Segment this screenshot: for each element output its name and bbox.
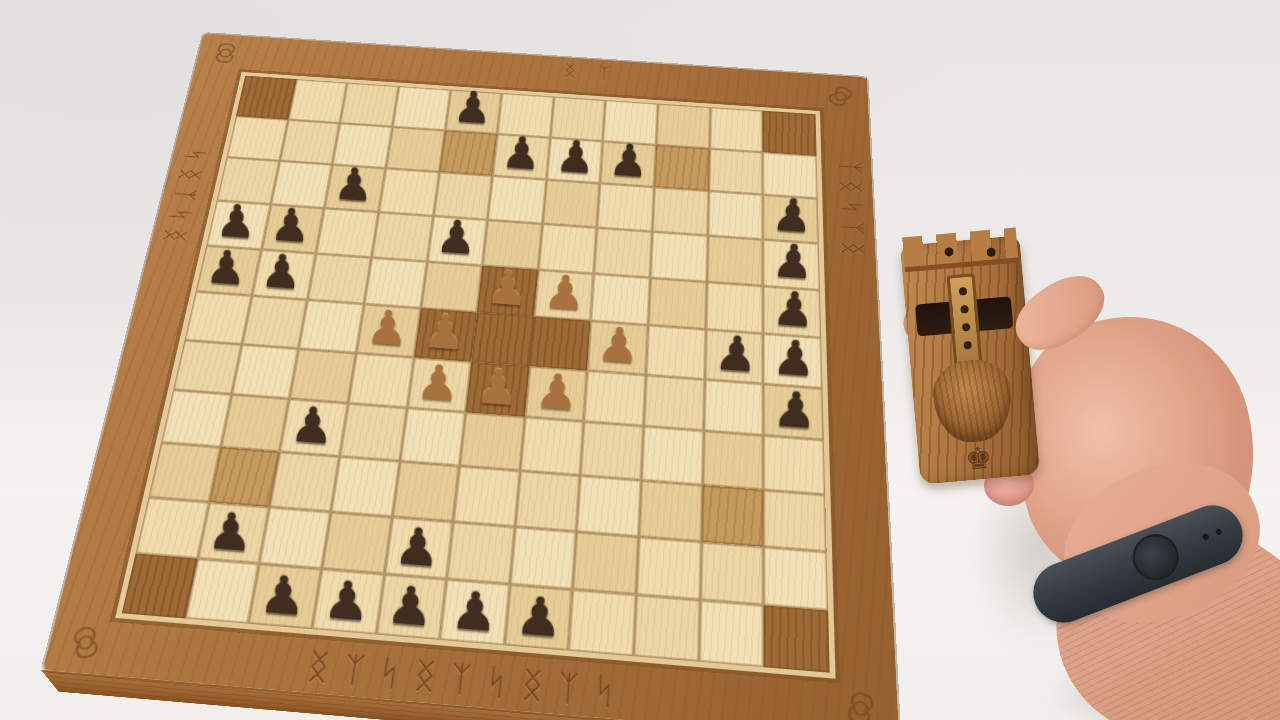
board-square[interactable]: ♟: [197, 502, 270, 564]
board-square[interactable]: [392, 86, 450, 130]
board-square[interactable]: [161, 390, 231, 447]
board-square[interactable]: ♟: [705, 329, 764, 383]
triquetra-carving-icon: [207, 40, 244, 66]
attacker-piece[interactable]: ♟: [452, 84, 494, 130]
defender-piece[interactable]: ♟: [596, 320, 642, 371]
attacker-piece[interactable]: ♟: [449, 583, 500, 639]
attacker-piece[interactable]: ♟: [260, 247, 304, 296]
board-square[interactable]: [764, 490, 827, 552]
board-square[interactable]: [371, 212, 433, 261]
king-nose-dot: [962, 323, 971, 332]
defender-piece[interactable]: ♟: [422, 307, 468, 357]
attacker-piece[interactable]: ♟: [204, 242, 248, 291]
board-square[interactable]: [709, 107, 762, 152]
board-square[interactable]: [348, 353, 414, 408]
board-square[interactable]: ♟: [407, 357, 472, 413]
attacker-piece[interactable]: ♟: [500, 129, 543, 176]
board-square[interactable]: [542, 180, 600, 228]
board-square[interactable]: ♟: [324, 165, 385, 212]
board-square[interactable]: [392, 461, 460, 521]
board-square[interactable]: [453, 466, 520, 526]
board-square[interactable]: [764, 436, 826, 495]
board-square[interactable]: ♟: [477, 265, 538, 316]
defender-piece[interactable]: ♟: [364, 302, 410, 352]
defender-piece[interactable]: ♟: [474, 361, 521, 413]
attacker-piece[interactable]: ♟: [332, 161, 375, 208]
board-square[interactable]: [708, 191, 763, 239]
board-square[interactable]: [488, 176, 547, 224]
board-square[interactable]: ♟: [384, 517, 453, 580]
board-square[interactable]: ♟: [445, 90, 502, 134]
attacker-piece[interactable]: ♟: [289, 399, 336, 451]
board-square[interactable]: ♟: [493, 134, 551, 180]
watch-strap-hole: [1215, 528, 1223, 536]
knotwork-carving-top: ᛝ ᛉ: [563, 62, 618, 83]
attacker-piece[interactable]: ♟: [385, 578, 436, 634]
board-square[interactable]: ♟: [525, 366, 588, 422]
board-square[interactable]: [399, 408, 465, 466]
board-square[interactable]: ♟: [763, 384, 823, 441]
board-square[interactable]: [700, 542, 764, 606]
board-grid: ♟♟♟♟♟♟♟♟♟♟♟♟♟♟♟♟♟♟♟♟♟♟♟♟♟♟♟♟♟♟♟♟: [122, 76, 830, 673]
attacker-piece[interactable]: ♟: [608, 137, 651, 184]
board-square[interactable]: [209, 447, 280, 507]
board-square[interactable]: ♟: [248, 564, 321, 629]
board-square[interactable]: [634, 595, 700, 662]
watch-strap-hole: [1202, 533, 1210, 541]
defender-piece[interactable]: ♟: [485, 263, 530, 312]
board-square[interactable]: [515, 471, 581, 532]
corner-square[interactable]: [236, 76, 296, 120]
king-nose-dot: [963, 341, 972, 350]
board-square[interactable]: [636, 536, 701, 600]
board-square[interactable]: [308, 253, 372, 304]
board-square[interactable]: ♟: [504, 585, 573, 651]
board-square[interactable]: [654, 145, 709, 191]
board-square[interactable]: [231, 344, 299, 399]
board-square[interactable]: [704, 379, 764, 435]
board-square[interactable]: [299, 300, 364, 353]
board-square[interactable]: [185, 559, 259, 624]
board-square[interactable]: ♟: [356, 304, 420, 357]
attacker-piece[interactable]: ♟: [435, 213, 479, 261]
king-nose-dot: [959, 287, 968, 296]
board-frame: ᛝ ᛉ ᛝᛉᛋᛝᛉᛋᛝᛉᛋ ᛋᛝᛉᛋᛝ ᛉᛝᛋᛉᛝ ♟♟♟♟♟♟♟♟♟♟♟♟♟♟…: [43, 33, 899, 720]
defender-piece[interactable]: ♟: [542, 267, 587, 316]
attacker-piece[interactable]: ♟: [771, 237, 816, 286]
board-square[interactable]: ♟: [534, 269, 594, 321]
board-square[interactable]: [386, 127, 445, 173]
board-square[interactable]: ♟: [546, 137, 603, 183]
board-side-face-right: [855, 76, 899, 720]
board-square[interactable]: [699, 600, 764, 667]
board-square[interactable]: [641, 427, 703, 486]
board-square[interactable]: [656, 104, 710, 149]
king-nose-dot: [960, 305, 969, 314]
board-square[interactable]: [652, 187, 708, 235]
board-square[interactable]: [597, 184, 654, 232]
board-square[interactable]: ♟: [600, 141, 656, 187]
board-square[interactable]: ♟: [588, 321, 649, 375]
board-square[interactable]: [764, 547, 828, 611]
hnefatafl-board: ᛝ ᛉ ᛝᛉᛋᛝᛉᛋᛝᛉᛋ ᛋᛝᛉᛋᛝ ᛉᛝᛋᛉᛝ ♟♟♟♟♟♟♟♟♟♟♟♟♟♟…: [43, 33, 899, 720]
board-square[interactable]: ♟: [280, 399, 348, 456]
board-square[interactable]: [173, 340, 242, 395]
corner-square[interactable]: [763, 111, 817, 156]
board-square[interactable]: [709, 148, 763, 195]
board-square[interactable]: [460, 413, 525, 471]
board-square[interactable]: [569, 590, 637, 656]
triquetra-carving-icon: [835, 683, 885, 720]
attacker-piece[interactable]: ♟: [258, 567, 308, 623]
attacker-piece[interactable]: ♟: [554, 133, 597, 180]
board-square[interactable]: [520, 417, 584, 475]
board-square[interactable]: [270, 452, 340, 512]
board-square[interactable]: [594, 228, 652, 278]
board-square[interactable]: [573, 531, 639, 595]
board-square[interactable]: ♟: [466, 362, 530, 418]
board-square[interactable]: [639, 480, 703, 541]
board-square[interactable]: [707, 236, 764, 286]
board-square[interactable]: [259, 507, 330, 569]
attacker-piece[interactable]: ♟: [393, 519, 443, 574]
board-square[interactable]: [439, 130, 497, 176]
board-square[interactable]: [577, 476, 642, 537]
attacker-piece[interactable]: ♟: [771, 284, 817, 334]
board-square[interactable]: [379, 168, 439, 215]
king-piece-held[interactable]: ♚: [900, 235, 1040, 485]
board-square[interactable]: ♟: [440, 579, 510, 645]
board-square[interactable]: ♟: [312, 569, 384, 634]
attacker-piece[interactable]: ♟: [713, 328, 760, 379]
board-square[interactable]: [220, 395, 289, 452]
attacker-piece[interactable]: ♟: [513, 589, 564, 645]
board-square[interactable]: [242, 296, 308, 349]
board-square[interactable]: [447, 522, 515, 585]
board-square[interactable]: ♟: [376, 574, 447, 640]
board-square[interactable]: [340, 83, 399, 127]
triquetra-carving-icon: [63, 619, 108, 667]
board-square[interactable]: [648, 277, 706, 329]
board-square[interactable]: ♟: [252, 249, 317, 300]
attacker-piece[interactable]: ♟: [772, 384, 820, 436]
board-square[interactable]: [650, 232, 707, 282]
board-square[interactable]: [701, 485, 764, 546]
board-square[interactable]: [185, 292, 252, 345]
watch-button: [1126, 527, 1185, 586]
board-square[interactable]: [322, 512, 392, 575]
board-square[interactable]: [702, 431, 763, 490]
attacker-piece[interactable]: ♟: [269, 201, 313, 249]
board-square[interactable]: [288, 79, 348, 123]
board-square[interactable]: [581, 422, 644, 480]
defender-piece[interactable]: ♟: [415, 357, 462, 408]
board-square[interactable]: [340, 404, 407, 462]
attacker-piece[interactable]: ♟: [771, 333, 818, 384]
defender-piece[interactable]: ♟: [533, 366, 580, 418]
attacker-piece[interactable]: ♟: [321, 573, 372, 629]
board-square[interactable]: [510, 527, 577, 590]
board-square[interactable]: [644, 375, 705, 431]
board-square[interactable]: ♟: [196, 245, 262, 296]
board-square[interactable]: [226, 116, 287, 161]
attacker-piece[interactable]: ♟: [215, 197, 258, 245]
corner-square[interactable]: [764, 606, 830, 673]
board-square[interactable]: [149, 442, 221, 501]
board-square[interactable]: [646, 325, 706, 379]
board-square[interactable]: ♟: [427, 216, 488, 265]
knotwork-carving-right: ᛉᛝᛋᛉᛝ: [835, 160, 881, 564]
board-square[interactable]: [584, 370, 646, 426]
attacker-piece[interactable]: ♟: [207, 504, 256, 559]
board-side-face: [41, 670, 902, 720]
board-square[interactable]: [331, 457, 400, 517]
board-square[interactable]: [279, 119, 340, 164]
board-square[interactable]: [316, 208, 378, 257]
triquetra-carving-icon: [818, 79, 863, 114]
